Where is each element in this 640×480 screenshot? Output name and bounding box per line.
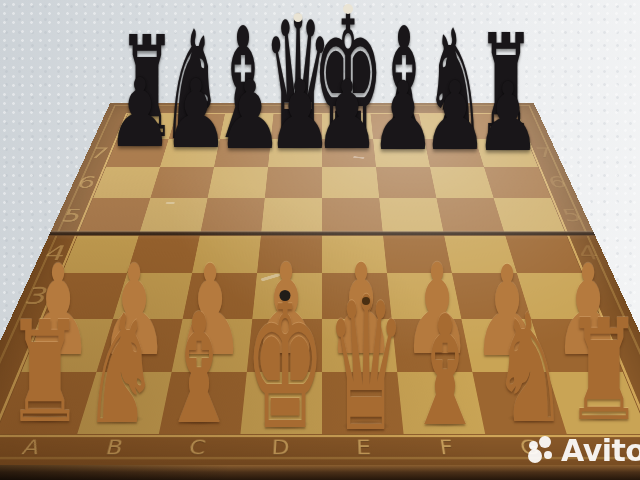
avito-logo-icon [524,437,558,467]
board-front-edge [0,465,640,480]
file-label-C: C [187,436,207,459]
chess-set-photo: ABCDEFG765437654 ♜♞♝♛♚♝♞♜♟♟♟♟♟♟♟♟♟♟♟♟♟♟♟… [0,0,640,480]
fold-seam [49,231,595,236]
avito-wordmark: Avito [561,436,640,466]
chess-board: ABCDEFG765437654 [0,103,640,467]
avito-watermark: Avito [524,436,640,467]
file-label-E: E [356,436,372,459]
file-label-D: D [271,436,290,459]
wear-mark [166,202,175,204]
board-top-half-sheen [51,103,593,231]
